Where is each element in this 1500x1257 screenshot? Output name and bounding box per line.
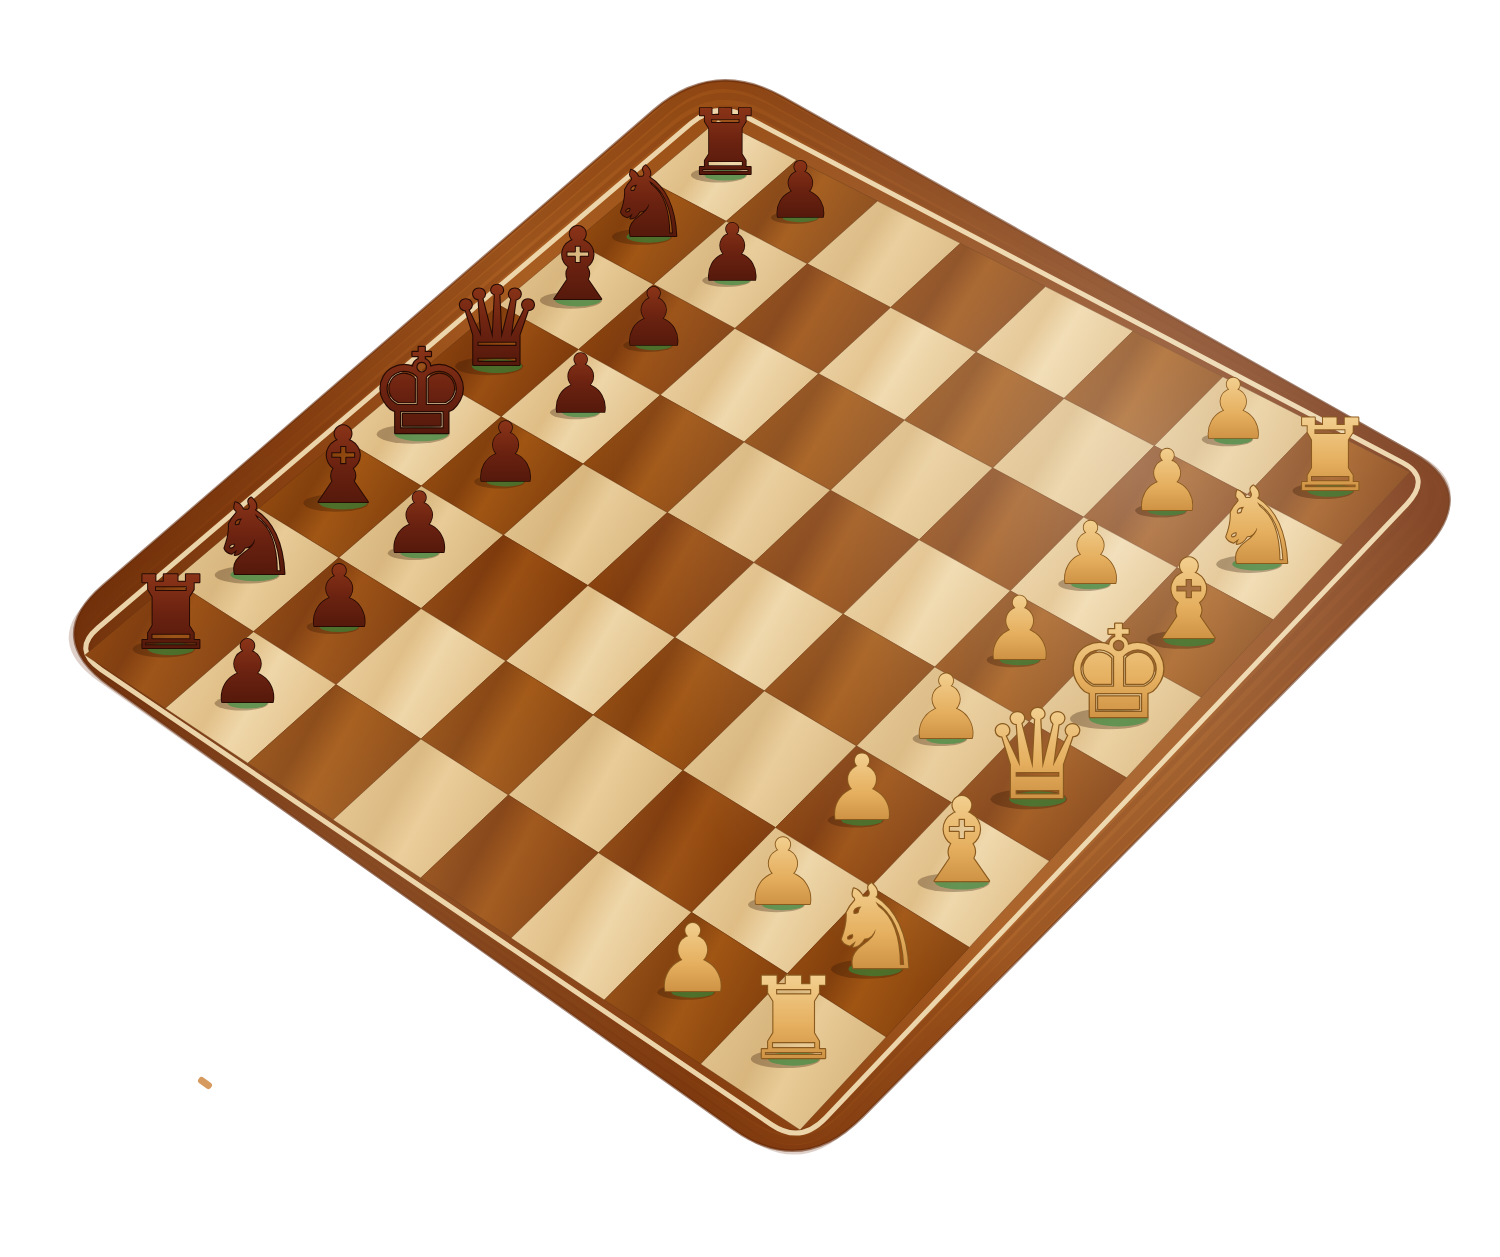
piece-white-pawn-h2[interactable]: ♟ — [651, 904, 735, 1013]
black-bishop-glyph: ♝ — [533, 206, 623, 323]
piece-white-pawn-d2[interactable]: ♟ — [981, 578, 1059, 679]
black-pawn-glyph: ♟ — [545, 337, 618, 431]
piece-white-pawn-c2[interactable]: ♟ — [1052, 504, 1129, 603]
white-pawn-glyph: ♟ — [907, 656, 986, 759]
black-rook-glyph: ♜ — [126, 554, 217, 672]
piece-white-pawn-f2[interactable]: ♟ — [822, 736, 903, 840]
white-pawn-glyph: ♟ — [1129, 432, 1204, 530]
black-pawn-glyph: ♟ — [469, 405, 543, 500]
white-pawn-glyph: ♟ — [822, 736, 903, 840]
piece-black-pawn-d7[interactable]: ♟ — [545, 337, 618, 431]
black-pawn-glyph: ♟ — [382, 474, 457, 572]
piece-white-pawn-g2[interactable]: ♟ — [742, 819, 824, 926]
white-pawn-glyph: ♟ — [651, 904, 735, 1013]
piece-white-pawn-a2[interactable]: ♟ — [1196, 361, 1270, 457]
piece-black-bishop-f8[interactable]: ♝ — [296, 404, 390, 527]
white-pawn-glyph: ♟ — [1196, 361, 1270, 457]
black-pawn-glyph: ♟ — [766, 145, 835, 235]
white-rook-glyph: ♜ — [743, 954, 844, 1085]
black-pawn-glyph: ♟ — [209, 622, 287, 722]
piece-black-rook-h8[interactable]: ♜ — [126, 554, 217, 672]
piece-black-pawn-b7[interactable]: ♟ — [697, 207, 767, 298]
piece-white-pawn-e2[interactable]: ♟ — [907, 656, 986, 759]
black-pawn-glyph: ♟ — [301, 547, 377, 646]
piece-white-rook-h1[interactable]: ♜ — [743, 954, 844, 1085]
black-pawn-glyph: ♟ — [618, 271, 689, 364]
black-rook-glyph: ♜ — [685, 90, 766, 195]
board-svg: ♜♞♟♝♟♛♟♚♟♝♟♞♟♟♜♟♜♟♟♞♟♝♟♚♟♛♟♝♟♞♟♜ — [0, 0, 1500, 1257]
photo-background: ♜♞♟♝♟♛♟♚♟♝♟♞♟♟♜♟♜♟♟♞♟♝♟♚♟♛♟♝♟♞♟♜ — [0, 0, 1500, 1257]
piece-black-pawn-g7[interactable]: ♟ — [301, 547, 377, 646]
black-bishop-glyph: ♝ — [296, 404, 390, 527]
chessboard: ♜♞♟♝♟♛♟♚♟♝♟♞♟♟♜♟♜♟♟♞♟♝♟♚♟♛♟♝♟♞♟♜ — [0, 0, 1500, 1257]
piece-black-rook-a8[interactable]: ♜ — [685, 90, 766, 195]
black-pawn-glyph: ♟ — [697, 207, 767, 298]
piece-black-pawn-a7[interactable]: ♟ — [766, 145, 835, 235]
white-pawn-glyph: ♟ — [1052, 504, 1129, 603]
piece-black-knight-g8[interactable]: ♞ — [208, 477, 302, 599]
piece-white-pawn-b2[interactable]: ♟ — [1129, 432, 1204, 530]
piece-black-pawn-f7[interactable]: ♟ — [382, 474, 457, 572]
piece-black-bishop-c8[interactable]: ♝ — [533, 206, 623, 323]
white-pawn-glyph: ♟ — [742, 819, 824, 926]
black-knight-glyph: ♞ — [208, 477, 302, 599]
piece-black-pawn-h7[interactable]: ♟ — [209, 622, 287, 722]
piece-black-pawn-c7[interactable]: ♟ — [618, 271, 689, 364]
wood-speck — [197, 1076, 213, 1090]
piece-black-pawn-e7[interactable]: ♟ — [469, 405, 543, 500]
white-pawn-glyph: ♟ — [981, 578, 1059, 679]
